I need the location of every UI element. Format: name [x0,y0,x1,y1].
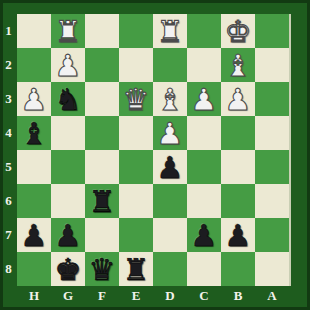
square-d5[interactable]: ♟ [153,150,187,184]
rank-label-6: 6 [0,184,17,218]
square-g3[interactable]: ♞ [51,82,85,116]
piece-black-pawn[interactable]: ♟ [51,218,85,252]
rank-label-4: 4 [0,116,17,150]
square-b3[interactable]: ♟ [221,82,255,116]
square-a7[interactable] [255,218,289,252]
rank-label-5: 5 [0,150,17,184]
piece-black-queen[interactable]: ♛ [85,252,119,286]
chess-board: ♜♜♚♟♝♟♞♛♝♟♟♝♟♟♜♟♟♟♟♚♛♜ [17,14,291,286]
rank-label-8: 8 [0,252,17,286]
square-f5[interactable] [85,150,119,184]
file-label-e: E [119,286,153,307]
piece-black-pawn[interactable]: ♟ [153,150,187,184]
piece-white-rook[interactable]: ♜ [153,14,187,48]
square-b7[interactable]: ♟ [221,218,255,252]
square-c5[interactable] [187,150,221,184]
piece-white-king[interactable]: ♚ [221,14,255,48]
square-g4[interactable] [51,116,85,150]
piece-white-rook[interactable]: ♜ [51,14,85,48]
square-c2[interactable] [187,48,221,82]
square-d6[interactable] [153,184,187,218]
piece-white-queen[interactable]: ♛ [119,82,153,116]
piece-black-pawn[interactable]: ♟ [221,218,255,252]
square-e5[interactable] [119,150,153,184]
square-e4[interactable] [119,116,153,150]
square-d3[interactable]: ♝ [153,82,187,116]
square-a2[interactable] [255,48,289,82]
square-c1[interactable] [187,14,221,48]
square-e6[interactable] [119,184,153,218]
square-d1[interactable]: ♜ [153,14,187,48]
piece-white-pawn[interactable]: ♟ [187,82,221,116]
square-b5[interactable] [221,150,255,184]
piece-black-knight[interactable]: ♞ [51,82,85,116]
square-b8[interactable] [221,252,255,286]
square-a1[interactable] [255,14,289,48]
square-f4[interactable] [85,116,119,150]
square-c7[interactable]: ♟ [187,218,221,252]
square-c4[interactable] [187,116,221,150]
square-h6[interactable] [17,184,51,218]
file-label-b: B [221,286,255,307]
piece-black-rook[interactable]: ♜ [85,184,119,218]
file-label-f: F [85,286,119,307]
square-g6[interactable] [51,184,85,218]
square-f7[interactable] [85,218,119,252]
square-d8[interactable] [153,252,187,286]
square-e8[interactable]: ♜ [119,252,153,286]
square-c8[interactable] [187,252,221,286]
square-b4[interactable] [221,116,255,150]
piece-black-king[interactable]: ♚ [51,252,85,286]
square-a4[interactable] [255,116,289,150]
piece-white-pawn[interactable]: ♟ [221,82,255,116]
square-b2[interactable]: ♝ [221,48,255,82]
square-f2[interactable] [85,48,119,82]
square-e1[interactable] [119,14,153,48]
square-g5[interactable] [51,150,85,184]
square-a3[interactable] [255,82,289,116]
square-g2[interactable]: ♟ [51,48,85,82]
square-h7[interactable]: ♟ [17,218,51,252]
square-h3[interactable]: ♟ [17,82,51,116]
square-c3[interactable]: ♟ [187,82,221,116]
square-h5[interactable] [17,150,51,184]
rank-label-7: 7 [0,218,17,252]
file-label-c: C [187,286,221,307]
piece-black-pawn[interactable]: ♟ [187,218,221,252]
square-f8[interactable]: ♛ [85,252,119,286]
rank-labels: 12345678 [0,14,17,286]
square-g8[interactable]: ♚ [51,252,85,286]
file-label-a: A [255,286,289,307]
square-f6[interactable]: ♜ [85,184,119,218]
square-e2[interactable] [119,48,153,82]
square-a6[interactable] [255,184,289,218]
piece-white-pawn[interactable]: ♟ [153,116,187,150]
square-h2[interactable] [17,48,51,82]
file-label-d: D [153,286,187,307]
rank-label-3: 3 [0,82,17,116]
square-a8[interactable] [255,252,289,286]
piece-black-bishop[interactable]: ♝ [17,116,51,150]
square-e3[interactable]: ♛ [119,82,153,116]
square-h4[interactable]: ♝ [17,116,51,150]
piece-white-pawn[interactable]: ♟ [51,48,85,82]
rank-label-2: 2 [0,48,17,82]
square-h1[interactable] [17,14,51,48]
square-a5[interactable] [255,150,289,184]
file-labels: HGFEDCBA [17,286,289,307]
square-h8[interactable] [17,252,51,286]
square-c6[interactable] [187,184,221,218]
square-d7[interactable] [153,218,187,252]
square-f1[interactable] [85,14,119,48]
file-label-h: H [17,286,51,307]
piece-white-pawn[interactable]: ♟ [17,82,51,116]
piece-white-bishop[interactable]: ♝ [153,82,187,116]
square-e7[interactable] [119,218,153,252]
piece-white-bishop[interactable]: ♝ [221,48,255,82]
piece-black-rook[interactable]: ♜ [119,252,153,286]
square-b6[interactable] [221,184,255,218]
square-d4[interactable]: ♟ [153,116,187,150]
square-f3[interactable] [85,82,119,116]
square-g7[interactable]: ♟ [51,218,85,252]
piece-black-pawn[interactable]: ♟ [17,218,51,252]
square-g1[interactable]: ♜ [51,14,85,48]
file-label-g: G [51,286,85,307]
square-b1[interactable]: ♚ [221,14,255,48]
rank-label-1: 1 [0,14,17,48]
square-d2[interactable] [153,48,187,82]
chess-board-frame: 12345678 ♜♜♚♟♝♟♞♛♝♟♟♝♟♟♜♟♟♟♟♚♛♜ HGFEDCBA [0,0,310,310]
